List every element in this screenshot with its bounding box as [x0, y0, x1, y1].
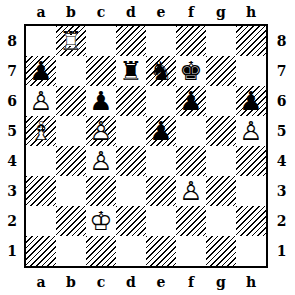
file-label-b: b — [66, 4, 76, 20]
file-label-h: h — [246, 274, 256, 290]
square-e6[interactable] — [146, 86, 176, 116]
square-g3[interactable] — [206, 176, 236, 206]
square-g4[interactable] — [206, 146, 236, 176]
chess-board: ♜♖♟♜♞♚♟♙♟♟♟♝♗♟♙♟♟♙♟♙♟♙♚♔ — [24, 24, 268, 268]
square-h6[interactable]: ♟ — [236, 86, 266, 116]
square-f5[interactable] — [176, 116, 206, 146]
square-g2[interactable] — [206, 206, 236, 236]
square-e4[interactable] — [146, 146, 176, 176]
rank-label-2: 2 — [7, 213, 17, 229]
piece-white-rook: ♖ — [56, 26, 86, 56]
file-label-d: d — [126, 4, 136, 20]
square-a7[interactable]: ♟ — [26, 56, 56, 86]
corner-top-left — [0, 0, 24, 24]
piece-white-king: ♔ — [86, 206, 116, 236]
rank-label-1: 1 — [7, 243, 17, 259]
square-c3[interactable] — [86, 176, 116, 206]
corner-top-right — [268, 0, 295, 24]
square-g5[interactable] — [206, 116, 236, 146]
rank-label-3: 3 — [7, 183, 17, 199]
file-label-e: e — [157, 4, 166, 20]
square-a3[interactable] — [26, 176, 56, 206]
square-e5[interactable]: ♟ — [146, 116, 176, 146]
square-a2[interactable] — [26, 206, 56, 236]
square-g8[interactable] — [206, 26, 236, 56]
file-label-f: f — [188, 274, 194, 290]
piece-white-pawn: ♙ — [86, 146, 116, 176]
square-d2[interactable] — [116, 206, 146, 236]
piece-white-king-fill: ♚ — [86, 206, 116, 236]
rank-label-8: 8 — [7, 33, 17, 49]
piece-white-pawn: ♙ — [26, 86, 56, 116]
square-d5[interactable] — [116, 116, 146, 146]
piece-black-knight: ♞ — [146, 56, 176, 86]
square-h2[interactable] — [236, 206, 266, 236]
square-d1[interactable] — [116, 236, 146, 266]
piece-white-pawn-fill: ♟ — [86, 116, 116, 146]
square-b3[interactable] — [56, 176, 86, 206]
square-h8[interactable] — [236, 26, 266, 56]
square-a8[interactable] — [26, 26, 56, 56]
square-h4[interactable] — [236, 146, 266, 176]
square-h5[interactable]: ♟♙ — [236, 116, 266, 146]
file-label-a: a — [36, 274, 45, 290]
square-d3[interactable] — [116, 176, 146, 206]
square-h3[interactable] — [236, 176, 266, 206]
piece-black-king: ♚ — [176, 56, 206, 86]
piece-white-pawn-fill: ♟ — [86, 146, 116, 176]
corner-bottom-right — [268, 268, 295, 295]
piece-white-pawn-fill: ♟ — [26, 86, 56, 116]
square-e1[interactable] — [146, 236, 176, 266]
piece-white-bishop-fill: ♝ — [26, 116, 56, 146]
piece-white-pawn: ♙ — [176, 176, 206, 206]
piece-white-pawn-fill: ♟ — [236, 116, 266, 146]
rank-label-2: 2 — [277, 213, 287, 229]
square-e2[interactable] — [146, 206, 176, 236]
rank-label-1: 1 — [277, 243, 287, 259]
piece-white-rook-fill: ♜ — [56, 26, 86, 56]
square-b6[interactable] — [56, 86, 86, 116]
square-f8[interactable] — [176, 26, 206, 56]
square-c8[interactable] — [86, 26, 116, 56]
square-e3[interactable] — [146, 176, 176, 206]
rank-label-7: 7 — [277, 63, 287, 79]
corner-bottom-left — [0, 268, 24, 295]
piece-white-bishop: ♗ — [26, 116, 56, 146]
square-b1[interactable] — [56, 236, 86, 266]
square-f6[interactable]: ♟ — [176, 86, 206, 116]
square-g1[interactable] — [206, 236, 236, 266]
piece-white-pawn: ♙ — [86, 116, 116, 146]
file-label-g: g — [216, 4, 226, 20]
square-c1[interactable] — [86, 236, 116, 266]
square-d7[interactable]: ♜ — [116, 56, 146, 86]
square-b8[interactable]: ♜♖ — [56, 26, 86, 56]
file-label-c: c — [97, 4, 106, 20]
square-f2[interactable] — [176, 206, 206, 236]
square-d4[interactable] — [116, 146, 146, 176]
chess-diagram: abcdefgh 87654321 ♜♖♟♜♞♚♟♙♟♟♟♝♗♟♙♟♟♙♟♙♟♙… — [0, 0, 295, 295]
file-labels-bottom: abcdefgh — [24, 268, 268, 295]
piece-white-pawn: ♙ — [236, 116, 266, 146]
rank-label-6: 6 — [277, 93, 287, 109]
square-b7[interactable] — [56, 56, 86, 86]
square-a1[interactable] — [26, 236, 56, 266]
square-f1[interactable] — [176, 236, 206, 266]
square-b2[interactable] — [56, 206, 86, 236]
square-c5[interactable]: ♟♙ — [86, 116, 116, 146]
square-a6[interactable]: ♟♙ — [26, 86, 56, 116]
file-label-g: g — [216, 274, 226, 290]
square-d8[interactable] — [116, 26, 146, 56]
piece-black-pawn: ♟ — [26, 56, 56, 86]
rank-label-5: 5 — [7, 123, 17, 139]
rank-label-5: 5 — [277, 123, 287, 139]
rank-label-3: 3 — [277, 183, 287, 199]
rank-label-4: 4 — [277, 153, 287, 169]
square-h7[interactable] — [236, 56, 266, 86]
square-f4[interactable] — [176, 146, 206, 176]
file-labels-top: abcdefgh — [24, 0, 268, 24]
file-label-f: f — [188, 4, 194, 20]
square-c6[interactable]: ♟ — [86, 86, 116, 116]
rank-labels-right: 87654321 — [268, 24, 295, 268]
square-h1[interactable] — [236, 236, 266, 266]
piece-black-pawn: ♟ — [146, 116, 176, 146]
piece-black-rook: ♜ — [116, 56, 146, 86]
rank-label-7: 7 — [7, 63, 17, 79]
piece-black-pawn: ♟ — [236, 86, 266, 116]
square-f7[interactable]: ♚ — [176, 56, 206, 86]
file-label-c: c — [97, 274, 106, 290]
file-label-d: d — [126, 274, 136, 290]
square-b4[interactable] — [56, 146, 86, 176]
piece-white-pawn-fill: ♟ — [176, 176, 206, 206]
rank-labels-left: 87654321 — [0, 24, 24, 268]
square-d6[interactable] — [116, 86, 146, 116]
square-c7[interactable] — [86, 56, 116, 86]
square-b5[interactable] — [56, 116, 86, 146]
piece-black-pawn: ♟ — [86, 86, 116, 116]
file-label-h: h — [246, 4, 256, 20]
rank-label-8: 8 — [277, 33, 287, 49]
square-a5[interactable]: ♝♗ — [26, 116, 56, 146]
square-c4[interactable]: ♟♙ — [86, 146, 116, 176]
square-a4[interactable] — [26, 146, 56, 176]
square-e8[interactable] — [146, 26, 176, 56]
square-e7[interactable]: ♞ — [146, 56, 176, 86]
square-g6[interactable] — [206, 86, 236, 116]
file-label-e: e — [157, 274, 166, 290]
square-c2[interactable]: ♚♔ — [86, 206, 116, 236]
file-label-a: a — [36, 4, 45, 20]
square-g7[interactable] — [206, 56, 236, 86]
file-label-b: b — [66, 274, 76, 290]
piece-black-pawn: ♟ — [176, 86, 206, 116]
rank-label-6: 6 — [7, 93, 17, 109]
rank-label-4: 4 — [7, 153, 17, 169]
square-f3[interactable]: ♟♙ — [176, 176, 206, 206]
